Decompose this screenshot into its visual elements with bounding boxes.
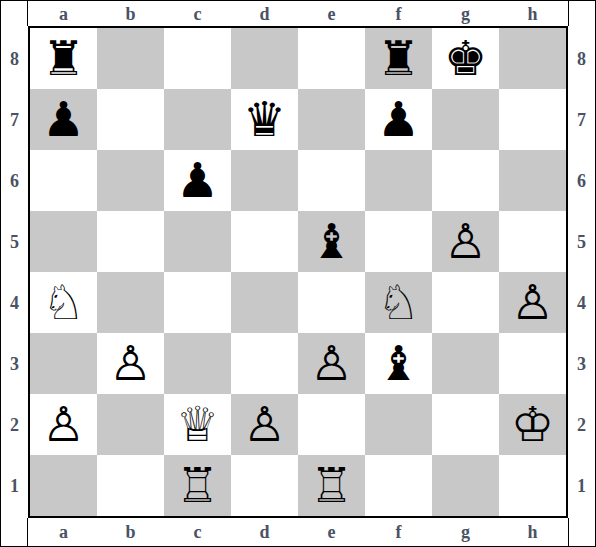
square-g8[interactable]: ♚ — [432, 28, 499, 89]
square-e3[interactable]: ♙ — [298, 333, 365, 394]
square-c2[interactable]: ♕ — [164, 394, 231, 455]
white-king: ♔ — [511, 394, 554, 455]
square-c5[interactable] — [164, 211, 231, 272]
square-d4[interactable] — [231, 272, 298, 333]
square-b3[interactable]: ♙ — [97, 333, 164, 394]
rank-label-3-right: 3 — [577, 355, 586, 373]
square-f7[interactable]: ♟ — [365, 89, 432, 150]
square-b5[interactable] — [97, 211, 164, 272]
white-rook: ♖ — [176, 455, 219, 516]
rank-label-5-left: 5 — [10, 233, 19, 251]
rank-label-4-left: 4 — [10, 294, 19, 312]
chess-diagram: abcdefgh 87654321 ♜♜♚♟♛♟♟♝♙♘♘♙♙♙♝♙♕♙♔♖♖ … — [0, 0, 596, 547]
square-e8[interactable] — [298, 28, 365, 89]
square-g6[interactable] — [432, 150, 499, 211]
file-label-f-top: f — [396, 5, 402, 23]
square-h7[interactable] — [499, 89, 566, 150]
square-d7[interactable]: ♛ — [231, 89, 298, 150]
black-queen: ♛ — [243, 89, 286, 150]
rank-label-1-left: 1 — [10, 477, 19, 495]
square-a2[interactable]: ♙ — [30, 394, 97, 455]
square-h1[interactable] — [499, 455, 566, 516]
square-a6[interactable] — [30, 150, 97, 211]
square-g2[interactable] — [432, 394, 499, 455]
white-knight: ♘ — [377, 272, 420, 333]
black-king: ♚ — [444, 28, 487, 89]
file-label-f-bottom: f — [396, 523, 402, 541]
rank-label-3-left: 3 — [10, 355, 19, 373]
file-label-b-top: b — [125, 5, 135, 23]
square-h4[interactable]: ♙ — [499, 272, 566, 333]
file-label-g-top: g — [461, 5, 470, 23]
square-h6[interactable] — [499, 150, 566, 211]
black-rook: ♜ — [377, 28, 420, 89]
file-label-c-bottom: c — [194, 523, 202, 541]
white-rook: ♖ — [310, 455, 353, 516]
file-labels-top: abcdefgh — [28, 1, 568, 26]
file-label-a-top: a — [59, 5, 68, 23]
square-c4[interactable] — [164, 272, 231, 333]
square-f1[interactable] — [365, 455, 432, 516]
corner-bottom-right — [568, 518, 595, 546]
file-label-d-bottom: d — [259, 523, 269, 541]
rank-label-1-right: 1 — [577, 477, 586, 495]
white-pawn: ♙ — [310, 333, 353, 394]
square-f2[interactable] — [365, 394, 432, 455]
file-label-h-bottom: h — [527, 523, 537, 541]
square-b6[interactable] — [97, 150, 164, 211]
white-pawn: ♙ — [109, 333, 152, 394]
square-d3[interactable] — [231, 333, 298, 394]
square-d2[interactable]: ♙ — [231, 394, 298, 455]
square-h8[interactable] — [499, 28, 566, 89]
square-f3[interactable]: ♝ — [365, 333, 432, 394]
square-a1[interactable] — [30, 455, 97, 516]
square-g7[interactable] — [432, 89, 499, 150]
black-pawn: ♟ — [377, 89, 420, 150]
rank-label-6-right: 6 — [577, 172, 586, 190]
file-label-h-top: h — [527, 5, 537, 23]
square-d1[interactable] — [231, 455, 298, 516]
file-label-c-top: c — [194, 5, 202, 23]
file-label-d-top: d — [259, 5, 269, 23]
square-b8[interactable] — [97, 28, 164, 89]
square-c3[interactable] — [164, 333, 231, 394]
square-e7[interactable] — [298, 89, 365, 150]
square-e5[interactable]: ♝ — [298, 211, 365, 272]
rank-labels-right: 87654321 — [568, 26, 595, 518]
square-c6[interactable]: ♟ — [164, 150, 231, 211]
rank-label-4-right: 4 — [577, 294, 586, 312]
black-bishop: ♝ — [310, 211, 353, 272]
rank-label-7-right: 7 — [577, 111, 586, 129]
file-labels-bottom: abcdefgh — [28, 518, 568, 546]
square-b7[interactable] — [97, 89, 164, 150]
rank-labels-left: 87654321 — [1, 26, 28, 518]
rank-label-5-right: 5 — [577, 233, 586, 251]
white-pawn: ♙ — [243, 394, 286, 455]
square-h2[interactable]: ♔ — [499, 394, 566, 455]
square-e1[interactable]: ♖ — [298, 455, 365, 516]
square-d6[interactable] — [231, 150, 298, 211]
square-c8[interactable] — [164, 28, 231, 89]
square-g4[interactable] — [432, 272, 499, 333]
square-e2[interactable] — [298, 394, 365, 455]
square-h5[interactable] — [499, 211, 566, 272]
corner-top-left — [1, 1, 28, 26]
square-a3[interactable] — [30, 333, 97, 394]
rank-label-2-left: 2 — [10, 416, 19, 434]
file-label-e-top: e — [328, 5, 336, 23]
square-b2[interactable] — [97, 394, 164, 455]
rank-label-7-left: 7 — [10, 111, 19, 129]
white-pawn: ♙ — [444, 211, 487, 272]
white-pawn: ♙ — [42, 394, 85, 455]
square-g5[interactable]: ♙ — [432, 211, 499, 272]
chess-board: ♜♜♚♟♛♟♟♝♙♘♘♙♙♙♝♙♕♙♔♖♖ — [28, 26, 568, 518]
rank-label-6-left: 6 — [10, 172, 19, 190]
square-b1[interactable] — [97, 455, 164, 516]
file-label-g-bottom: g — [461, 523, 470, 541]
black-rook: ♜ — [42, 28, 85, 89]
white-knight: ♘ — [42, 272, 85, 333]
square-d8[interactable] — [231, 28, 298, 89]
file-label-b-bottom: b — [125, 523, 135, 541]
corner-top-right — [568, 1, 595, 26]
rank-label-8-left: 8 — [10, 50, 19, 68]
square-b4[interactable] — [97, 272, 164, 333]
file-label-a-bottom: a — [59, 523, 68, 541]
square-e4[interactable] — [298, 272, 365, 333]
square-h3[interactable] — [499, 333, 566, 394]
square-a4[interactable]: ♘ — [30, 272, 97, 333]
square-a5[interactable] — [30, 211, 97, 272]
rank-label-8-right: 8 — [577, 50, 586, 68]
square-d5[interactable] — [231, 211, 298, 272]
black-bishop: ♝ — [377, 333, 420, 394]
square-a8[interactable]: ♜ — [30, 28, 97, 89]
square-f5[interactable] — [365, 211, 432, 272]
rank-label-2-right: 2 — [577, 416, 586, 434]
square-f6[interactable] — [365, 150, 432, 211]
corner-bottom-left — [1, 518, 28, 546]
square-e6[interactable] — [298, 150, 365, 211]
file-label-e-bottom: e — [328, 523, 336, 541]
square-c7[interactable] — [164, 89, 231, 150]
square-f8[interactable]: ♜ — [365, 28, 432, 89]
white-queen: ♕ — [176, 394, 219, 455]
square-a7[interactable]: ♟ — [30, 89, 97, 150]
square-g3[interactable] — [432, 333, 499, 394]
square-g1[interactable] — [432, 455, 499, 516]
square-c1[interactable]: ♖ — [164, 455, 231, 516]
black-pawn: ♟ — [176, 150, 219, 211]
black-pawn: ♟ — [42, 89, 85, 150]
white-pawn: ♙ — [511, 272, 554, 333]
square-f4[interactable]: ♘ — [365, 272, 432, 333]
